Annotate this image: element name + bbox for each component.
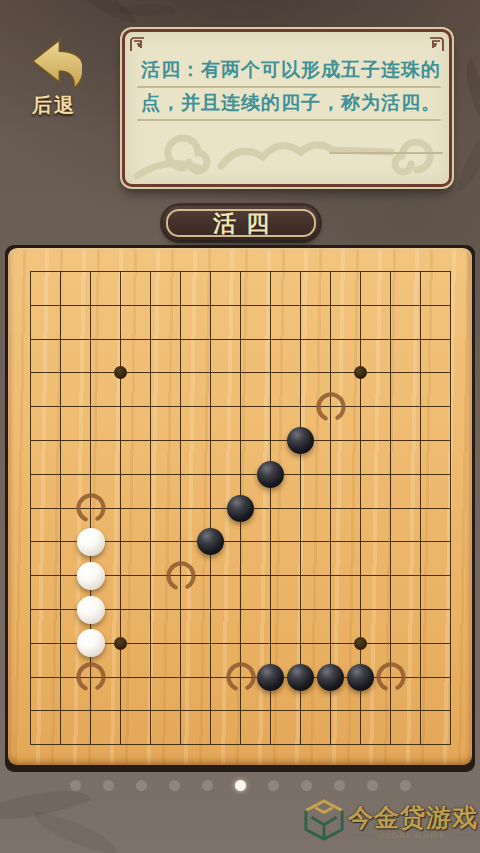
watermark-brand-text: 今金贷游戏 xyxy=(348,803,478,831)
black-stone xyxy=(287,427,314,454)
page-dot-active[interactable] xyxy=(235,780,246,791)
open-point-marker-ring xyxy=(75,492,107,524)
page-dot[interactable] xyxy=(301,780,312,791)
page-dot[interactable] xyxy=(268,780,279,791)
star-point xyxy=(354,637,367,650)
back-button[interactable]: 后退 xyxy=(16,36,92,119)
corner-spiral-decor xyxy=(429,37,444,52)
open-point-marker-ring xyxy=(225,661,257,693)
page-indicator xyxy=(0,780,480,791)
board-grid xyxy=(30,271,451,745)
white-stone xyxy=(77,629,105,657)
bamboo-leaf-decor xyxy=(456,124,480,197)
info-text-line: 点，并且连续的四子，称为活四。 xyxy=(141,90,439,120)
page-dot[interactable] xyxy=(400,780,411,791)
black-stone xyxy=(257,461,284,488)
brand-cube-icon xyxy=(303,797,345,845)
black-stone xyxy=(227,495,254,522)
bamboo-leaf-decor xyxy=(455,58,480,120)
black-stone xyxy=(287,664,314,691)
page-dot[interactable] xyxy=(103,780,114,791)
open-point-marker-ring xyxy=(375,661,407,693)
page-dot[interactable] xyxy=(136,780,147,791)
page-dot[interactable] xyxy=(202,780,213,791)
white-stone xyxy=(77,596,105,624)
white-stone xyxy=(77,562,105,590)
watermark-subtext: JJDAI GAME xyxy=(352,831,473,840)
open-point-marker-ring xyxy=(315,391,347,423)
black-stone xyxy=(197,528,224,555)
black-stone xyxy=(317,664,344,691)
back-button-label: 后退 xyxy=(16,92,92,119)
corner-spiral-decor xyxy=(130,37,145,52)
page-dot[interactable] xyxy=(169,780,180,791)
lesson-title: 活四 xyxy=(203,208,279,239)
star-point xyxy=(354,366,367,379)
star-point xyxy=(114,637,127,650)
info-text-line: 活四：有两个可以形成五子连珠的 xyxy=(141,57,439,87)
ruled-line xyxy=(329,152,443,154)
white-stone xyxy=(77,528,105,556)
tutorial-screen: 后退 活四：有两个可以形成五子连珠的 点，并且连续的四子，称为活四。 活四 xyxy=(0,0,480,853)
tutorial-info-box: 活四：有两个可以形成五子连珠的 点，并且连续的四子，称为活四。 xyxy=(122,29,452,187)
black-stone xyxy=(257,664,284,691)
board-backing-panel xyxy=(5,245,475,772)
bamboo-leaf-decor xyxy=(28,811,121,853)
ruled-line xyxy=(137,86,441,88)
open-point-marker-ring xyxy=(75,661,107,693)
open-point-marker-ring xyxy=(165,560,197,592)
gomoku-board xyxy=(8,248,472,765)
lesson-title-pill: 活四 xyxy=(163,206,319,240)
back-arrow-icon xyxy=(26,36,82,90)
black-stone xyxy=(347,664,374,691)
ruled-line xyxy=(137,119,441,121)
page-dot[interactable] xyxy=(70,780,81,791)
star-point xyxy=(114,366,127,379)
page-dot[interactable] xyxy=(367,780,378,791)
page-dot[interactable] xyxy=(334,780,345,791)
watermark: 今金贷游戏 JJDAI GAME xyxy=(303,797,478,845)
